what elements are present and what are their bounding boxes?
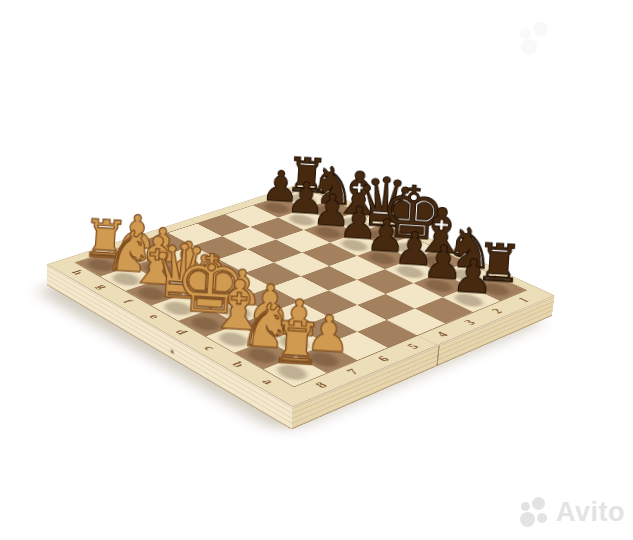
avito-watermark-text: Avito xyxy=(556,497,625,528)
faint-watermark-icon xyxy=(520,22,556,56)
chess-board: ♜♞♝♛♚♝♞♜♟♟♟♟♟♟♟♟♟♟♟♟♟♟♟♟♜♞♝♛♚♝♞♜ hgfedcb… xyxy=(47,182,555,407)
wood-knot xyxy=(171,349,175,355)
photo-stage: ♜♞♝♛♚♝♞♜♟♟♟♟♟♟♟♟♟♟♟♟♟♟♟♟♜♞♝♛♚♝♞♜ hgfedcb… xyxy=(0,0,633,540)
dark-pawn-piece: ♟ xyxy=(426,252,519,302)
fold-seam-edge xyxy=(436,345,439,365)
light-rook-piece: ♜ xyxy=(245,314,348,375)
avito-watermark: Avito xyxy=(520,497,625,528)
camera-tilt: ♜♞♝♛♚♝♞♜♟♟♟♟♟♟♟♟♟♟♟♟♟♟♟♟♜♞♝♛♚♝♞♜ hgfedcb… xyxy=(0,0,633,540)
board-surface: ♜♞♝♛♚♝♞♜♟♟♟♟♟♟♟♟♟♟♟♟♟♟♟♟♜♞♝♛♚♝♞♜ hgfedcb… xyxy=(47,182,555,407)
avito-logo-icon xyxy=(520,497,550,528)
